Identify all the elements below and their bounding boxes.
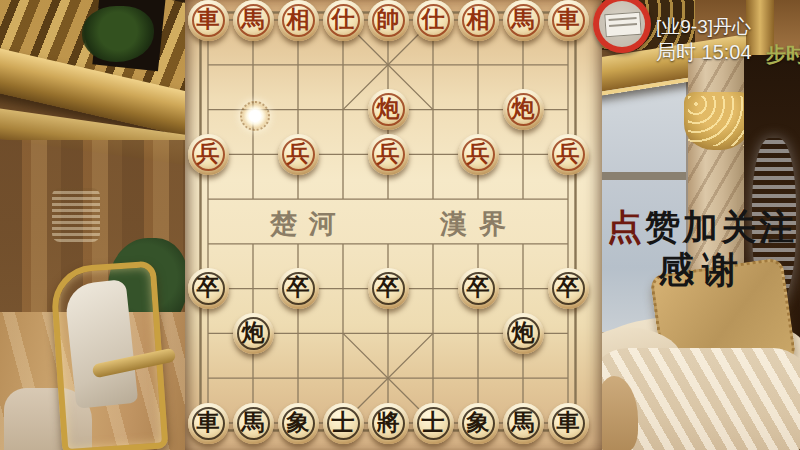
piece-character: 車 [197, 8, 220, 31]
piece-red-帥[interactable]: 帥 [368, 0, 409, 41]
piece-character: 士 [332, 411, 355, 434]
piece-character: 車 [197, 411, 220, 434]
piece-character: 車 [557, 411, 580, 434]
piece-red-相[interactable]: 相 [458, 0, 499, 41]
board-grid [185, 0, 602, 450]
piece-character: 卒 [287, 276, 310, 299]
piece-red-仕[interactable]: 仕 [323, 0, 364, 41]
glassware [52, 188, 100, 242]
piece-red-兵[interactable]: 兵 [368, 134, 409, 175]
piece-red-相[interactable]: 相 [278, 0, 319, 41]
piece-red-馬[interactable]: 馬 [233, 0, 274, 41]
piece-character: 卒 [467, 276, 490, 299]
piece-black-卒[interactable]: 卒 [458, 268, 499, 309]
piece-black-車[interactable]: 車 [188, 403, 229, 444]
piece-character: 車 [557, 8, 580, 31]
piece-black-馬[interactable]: 馬 [503, 403, 544, 444]
piece-character: 炮 [377, 97, 400, 120]
promo-line2: 感谢 [604, 246, 800, 295]
piece-character: 仕 [422, 8, 445, 31]
piece-black-士[interactable]: 士 [413, 403, 454, 444]
piece-character: 象 [287, 411, 310, 434]
last-move-sparkle-icon [240, 101, 270, 131]
piece-black-車[interactable]: 車 [548, 403, 589, 444]
promo-line1-head: 点 [607, 206, 645, 247]
step-time-label: 步时 [766, 41, 800, 68]
piece-black-象[interactable]: 象 [458, 403, 499, 444]
promo-line1: 点赞加关注 [604, 204, 800, 251]
background-left-room [0, 0, 187, 450]
piece-black-卒[interactable]: 卒 [278, 268, 319, 309]
piece-character: 兵 [377, 142, 400, 165]
piece-character: 兵 [557, 142, 580, 165]
piece-black-卒[interactable]: 卒 [368, 268, 409, 309]
window-mullion [600, 172, 692, 180]
piece-character: 象 [467, 411, 490, 434]
piece-character: 馬 [512, 411, 535, 434]
game-time: 局时 15:04 [656, 39, 752, 66]
xiangqi-app-screen: 楚河 漢界 車馬相仕帥仕相馬車炮炮兵兵兵兵兵卒卒卒卒卒炮炮車馬象士將士象馬車 [… [0, 0, 800, 450]
piece-character: 炮 [242, 321, 265, 344]
piece-red-炮[interactable]: 炮 [503, 89, 544, 130]
piece-character: 相 [467, 8, 490, 31]
piece-red-車[interactable]: 車 [548, 0, 589, 41]
avatar-photo [599, 1, 645, 47]
piece-red-馬[interactable]: 馬 [503, 0, 544, 41]
piece-character: 相 [287, 8, 310, 31]
piece-red-車[interactable]: 車 [188, 0, 229, 41]
gold-chair-cushion [64, 279, 139, 409]
piece-red-兵[interactable]: 兵 [188, 134, 229, 175]
piece-character: 炮 [512, 321, 535, 344]
piece-character: 馬 [512, 8, 535, 31]
piece-character: 兵 [197, 142, 220, 165]
piece-red-炮[interactable]: 炮 [368, 89, 409, 130]
piece-black-卒[interactable]: 卒 [548, 268, 589, 309]
piece-black-炮[interactable]: 炮 [503, 313, 544, 354]
piece-red-兵[interactable]: 兵 [278, 134, 319, 175]
piece-black-炮[interactable]: 炮 [233, 313, 274, 354]
piece-black-馬[interactable]: 馬 [233, 403, 274, 444]
piece-red-兵[interactable]: 兵 [548, 134, 589, 175]
piece-character: 將 [377, 411, 400, 434]
piece-character: 兵 [467, 142, 490, 165]
piece-character: 炮 [512, 97, 535, 120]
river-label-left: 楚河 [270, 206, 348, 242]
piece-character: 卒 [377, 276, 400, 299]
piece-black-將[interactable]: 將 [368, 403, 409, 444]
piece-character: 卒 [557, 276, 580, 299]
piece-black-象[interactable]: 象 [278, 403, 319, 444]
piece-character: 馬 [242, 411, 265, 434]
piece-character: 兵 [287, 142, 310, 165]
piece-character: 帥 [377, 8, 400, 31]
piece-character: 士 [422, 411, 445, 434]
piece-character: 仕 [332, 8, 355, 31]
column-gold-capital [684, 92, 750, 150]
piece-black-士[interactable]: 士 [323, 403, 364, 444]
promo-line1-rest: 赞加关注 [645, 206, 797, 247]
river-label-right: 漢界 [440, 206, 518, 242]
game-time-value: 15:04 [702, 41, 752, 63]
piece-black-卒[interactable]: 卒 [188, 268, 229, 309]
player-name: [业9-3]丹心 [656, 14, 751, 40]
avatar-card [604, 12, 642, 37]
piece-character: 馬 [242, 8, 265, 31]
xiangqi-board[interactable]: 楚河 漢界 車馬相仕帥仕相馬車炮炮兵兵兵兵兵卒卒卒卒卒炮炮車馬象士將士象馬車 [185, 0, 602, 450]
piece-character: 卒 [197, 276, 220, 299]
piece-red-仕[interactable]: 仕 [413, 0, 454, 41]
piece-red-兵[interactable]: 兵 [458, 134, 499, 175]
